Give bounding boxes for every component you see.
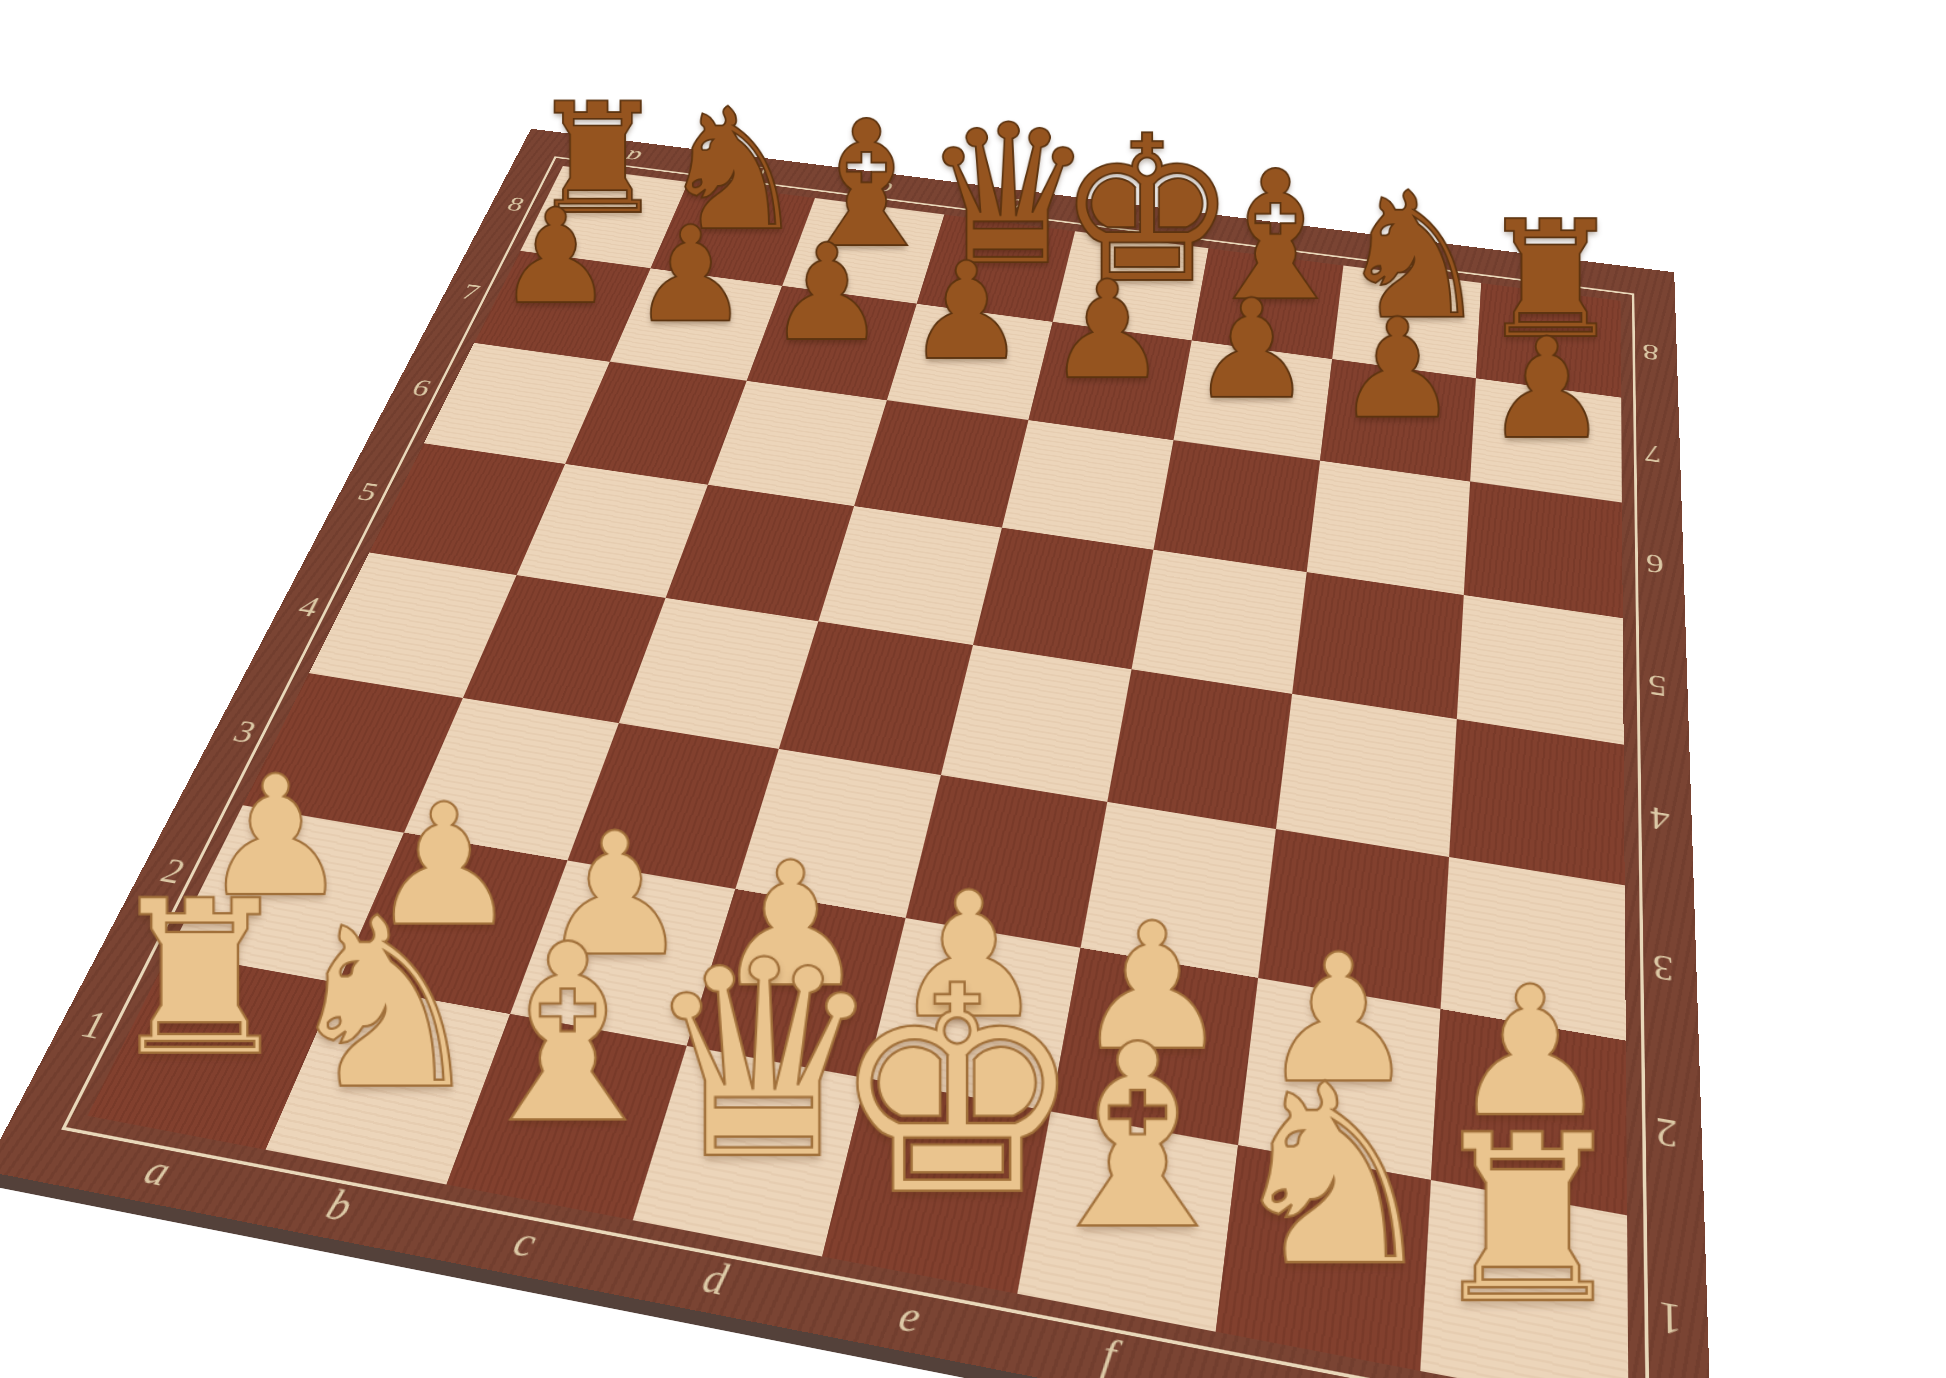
rank-right-label-1: 1 [1642, 1218, 1700, 1378]
rank-right-label-4: 4 [1636, 747, 1685, 895]
square-f4[interactable] [1107, 669, 1292, 828]
square-d6[interactable] [854, 400, 1029, 527]
white-knight-g1[interactable]: ♞ [1221, 1053, 1421, 1302]
white-rook-a1[interactable]: ♜ [104, 872, 291, 1085]
square-e5[interactable] [973, 527, 1153, 669]
black-pawn-g7[interactable]: ♟ [1324, 300, 1471, 438]
square-a6[interactable] [424, 343, 609, 464]
rank-right-label-3: 3 [1638, 887, 1690, 1051]
square-f6[interactable] [1153, 440, 1320, 572]
rank-labels-right: 87654321 [1631, 302, 1700, 1378]
black-pawn-h7[interactable]: ♟ [1472, 319, 1620, 458]
square-e4[interactable] [941, 645, 1131, 801]
black-pawn-d7[interactable]: ♟ [894, 244, 1037, 378]
square-e7[interactable]: ♟ [1029, 322, 1192, 440]
square-e1[interactable]: ♚ [822, 1078, 1050, 1294]
black-pawn-b7[interactable]: ♟ [620, 209, 761, 341]
rank-right-label-5: 5 [1635, 620, 1681, 754]
white-knight-b1[interactable]: ♞ [279, 888, 468, 1123]
rank-right-label-2: 2 [1640, 1043, 1695, 1227]
white-queen-d1[interactable]: ♛ [641, 925, 835, 1197]
square-f5[interactable] [1131, 549, 1307, 694]
white-rook-h1[interactable]: ♜ [1424, 1105, 1627, 1336]
chess-board: 87654321 87654321 abcdefgh abcdefgh ♜♞♝♛… [0, 129, 1714, 1378]
square-f7[interactable]: ♟ [1173, 340, 1332, 460]
black-pawn-e7[interactable]: ♟ [1035, 263, 1179, 399]
black-pawn-c7[interactable]: ♟ [756, 226, 898, 359]
board-squares: ♜♞♝♛♚♝♞♜♟♟♟♟♟♟♟♟♟♟♟♟♟♟♟♟♜♞♝♛♚♝♞♜ [87, 166, 1628, 1378]
square-f1[interactable]: ♝ [1017, 1111, 1238, 1332]
square-d4[interactable] [778, 621, 973, 774]
square-h7[interactable]: ♟ [1470, 378, 1622, 503]
square-d7[interactable]: ♟ [886, 303, 1052, 419]
square-h1[interactable]: ♜ [1420, 1179, 1629, 1378]
photo-canvas: 87654321 87654321 abcdefgh abcdefgh ♜♞♝♛… [0, 0, 1946, 1378]
square-g6[interactable] [1307, 461, 1470, 595]
square-g1[interactable]: ♞ [1216, 1145, 1431, 1371]
square-e6[interactable] [1002, 420, 1173, 549]
white-king-e1[interactable]: ♚ [829, 950, 1025, 1236]
white-bishop-f1[interactable]: ♝ [1024, 1012, 1222, 1265]
square-h6[interactable] [1463, 481, 1622, 617]
rank-right-label-8: 8 [1631, 302, 1671, 404]
white-bishop-c1[interactable]: ♝ [458, 913, 649, 1158]
rank-right-label-6: 6 [1633, 504, 1677, 626]
black-pawn-f7[interactable]: ♟ [1178, 281, 1323, 418]
rank-right-label-7: 7 [1632, 399, 1674, 510]
black-pawn-a7[interactable]: ♟ [486, 191, 625, 322]
